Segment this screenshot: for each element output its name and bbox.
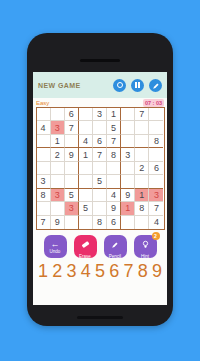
cell-r9c8[interactable] — [135, 216, 149, 229]
cell-r1c5[interactable]: 3 — [93, 108, 107, 121]
pencil-button[interactable]: Pencil — [104, 235, 127, 258]
cell-r9c7[interactable] — [121, 216, 135, 229]
cell-r1c8[interactable]: 7 — [135, 108, 149, 121]
undo-button[interactable]: ←Undo — [44, 235, 67, 258]
cell-r4c9[interactable] — [149, 148, 163, 161]
digit-7[interactable]: 7 — [123, 262, 133, 282]
cell-r6c4[interactable] — [79, 175, 93, 188]
cell-r6c7[interactable] — [121, 175, 135, 188]
page-background: NEW GAME Easy 07 : 03 631743751467829178… — [0, 0, 200, 361]
settings-button[interactable] — [113, 79, 126, 92]
cell-r4c4[interactable]: 1 — [79, 148, 93, 161]
bottom-speaker-slit — [77, 316, 123, 319]
eraser-icon — [81, 235, 90, 253]
cell-r1c2[interactable] — [51, 108, 65, 121]
cell-r1c3[interactable]: 6 — [65, 108, 79, 121]
cell-r1c4[interactable] — [79, 108, 93, 121]
cell-r6c5[interactable]: 5 — [93, 175, 107, 188]
cell-r9c5[interactable]: 8 — [93, 216, 107, 229]
cell-r7c3[interactable]: 5 — [65, 189, 79, 202]
cell-r4c6[interactable]: 8 — [107, 148, 121, 161]
cell-r8c1[interactable] — [37, 202, 51, 215]
digit-4[interactable]: 4 — [81, 262, 91, 282]
cell-r5c5[interactable] — [93, 162, 107, 175]
cell-r9c2[interactable]: 9 — [51, 216, 65, 229]
cell-r3c2[interactable]: 1 — [51, 135, 65, 148]
cell-r8c5[interactable] — [93, 202, 107, 215]
cell-r5c3[interactable] — [65, 162, 79, 175]
cell-r8c4[interactable]: 5 — [79, 202, 93, 215]
hint-button-label: Hint — [141, 254, 149, 259]
digit-9[interactable]: 9 — [152, 262, 162, 282]
cell-r3c8[interactable] — [135, 135, 149, 148]
cell-r5c7[interactable] — [121, 162, 135, 175]
cell-r9c1[interactable]: 7 — [37, 216, 51, 229]
cell-r4c2[interactable]: 2 — [51, 148, 65, 161]
cell-r7c8[interactable]: 1 — [135, 189, 149, 202]
cell-r8c3[interactable]: 3 — [65, 202, 79, 215]
cell-r3c5[interactable]: 6 — [93, 135, 107, 148]
cell-r5c2[interactable] — [51, 162, 65, 175]
cell-r9c4[interactable] — [79, 216, 93, 229]
cell-r6c3[interactable] — [65, 175, 79, 188]
cell-r8c9[interactable]: 7 — [149, 202, 163, 215]
pencil-icon — [152, 76, 160, 94]
pencil-icon — [111, 235, 119, 253]
cell-r9c9[interactable]: 4 — [149, 216, 163, 229]
cell-r4c5[interactable]: 7 — [93, 148, 107, 161]
speaker-slit — [80, 59, 120, 62]
cell-r2c9[interactable] — [149, 121, 163, 134]
cell-r7c5[interactable] — [93, 189, 107, 202]
cell-r4c1[interactable] — [37, 148, 51, 161]
status-bar: Easy 07 : 03 — [33, 98, 167, 107]
difficulty-label: Easy — [36, 100, 49, 106]
cell-r2c3[interactable]: 7 — [65, 121, 79, 134]
cell-r8c7[interactable]: 1 — [121, 202, 135, 215]
undo-button-label: Undo — [50, 249, 61, 254]
phone-frame: NEW GAME Easy 07 : 03 631743751467829178… — [27, 33, 173, 326]
pencil-button-label: Pencil — [109, 254, 121, 259]
page-title: NEW GAME — [38, 82, 80, 89]
undo-arrow-icon: ← — [51, 240, 60, 248]
cell-r7c4[interactable] — [79, 189, 93, 202]
digit-1[interactable]: 1 — [38, 262, 48, 282]
cell-r2c8[interactable] — [135, 121, 149, 134]
cell-r4c3[interactable]: 9 — [65, 148, 79, 161]
cell-r5c9[interactable]: 6 — [149, 162, 163, 175]
cell-r1c9[interactable] — [149, 108, 163, 121]
cell-r4c8[interactable] — [135, 148, 149, 161]
hint-button[interactable]: Hint2 — [134, 235, 157, 258]
cell-r6c6[interactable] — [107, 175, 121, 188]
cell-r3c6[interactable]: 7 — [107, 135, 121, 148]
cell-r3c7[interactable] — [121, 135, 135, 148]
digit-pad: 123456789 — [33, 258, 167, 282]
cell-r7c1[interactable]: 8 — [37, 189, 51, 202]
cell-r3c1[interactable] — [37, 135, 51, 148]
cell-r2c5[interactable] — [93, 121, 107, 134]
cell-r2c7[interactable] — [121, 121, 135, 134]
cell-r8c8[interactable]: 8 — [135, 202, 149, 215]
cell-r1c6[interactable]: 1 — [107, 108, 121, 121]
cell-r6c9[interactable] — [149, 175, 163, 188]
pause-icon — [135, 82, 140, 88]
cell-r7c9[interactable]: 3 — [149, 189, 163, 202]
digit-3[interactable]: 3 — [66, 262, 76, 282]
cell-r1c1[interactable] — [37, 108, 51, 121]
cell-r8c2[interactable] — [51, 202, 65, 215]
cell-r2c1[interactable]: 4 — [37, 121, 51, 134]
cell-r2c4[interactable] — [79, 121, 93, 134]
cell-r5c6[interactable] — [107, 162, 121, 175]
hint-count-badge: 2 — [152, 232, 160, 240]
cell-r8c6[interactable]: 9 — [107, 202, 121, 215]
erase-button-label: Erase — [79, 254, 91, 259]
cell-r9c3[interactable] — [65, 216, 79, 229]
cell-r2c2[interactable]: 3 — [51, 121, 65, 134]
erase-button[interactable]: Erase — [74, 235, 97, 258]
edit-button[interactable] — [149, 79, 162, 92]
cell-r6c2[interactable] — [51, 175, 65, 188]
cell-r4c7[interactable]: 3 — [121, 148, 135, 161]
pause-button[interactable] — [131, 79, 144, 92]
cell-r5c4[interactable] — [79, 162, 93, 175]
cell-r9c6[interactable]: 6 — [107, 216, 121, 229]
sudoku-board: 6317437514678291783263583549133591877986… — [36, 107, 165, 230]
appbar-actions — [113, 79, 162, 92]
toolbar: ←UndoErasePencilHint2 — [33, 235, 167, 258]
cell-r5c1[interactable] — [37, 162, 51, 175]
ring-icon — [117, 82, 123, 88]
cell-r3c9[interactable]: 8 — [149, 135, 163, 148]
timer-value: 07 : 03 — [143, 99, 164, 107]
app-screen: NEW GAME Easy 07 : 03 631743751467829178… — [33, 72, 167, 305]
app-bar: NEW GAME — [33, 72, 167, 98]
digit-6[interactable]: 6 — [109, 262, 119, 282]
cell-r6c1[interactable]: 3 — [37, 175, 51, 188]
cell-r2c6[interactable]: 5 — [107, 121, 121, 134]
cell-r7c7[interactable]: 9 — [121, 189, 135, 202]
digit-2[interactable]: 2 — [52, 262, 62, 282]
cell-r3c4[interactable]: 4 — [79, 135, 93, 148]
cell-r7c2[interactable]: 3 — [51, 189, 65, 202]
cell-r5c8[interactable]: 2 — [135, 162, 149, 175]
cell-r6c8[interactable] — [135, 175, 149, 188]
cell-r7c6[interactable]: 4 — [107, 189, 121, 202]
cell-r3c3[interactable] — [65, 135, 79, 148]
bulb-icon — [141, 235, 150, 253]
cell-r1c7[interactable] — [121, 108, 135, 121]
digit-5[interactable]: 5 — [95, 262, 105, 282]
digit-8[interactable]: 8 — [138, 262, 148, 282]
